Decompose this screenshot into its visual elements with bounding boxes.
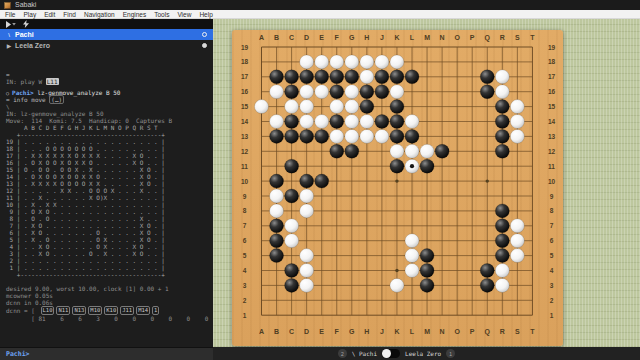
white-stone-A15[interactable] xyxy=(255,100,269,114)
coord-chip[interactable]: M10 xyxy=(88,306,102,315)
console-line: = info move (…) xyxy=(6,96,213,103)
black-stone-N12[interactable] xyxy=(435,144,449,158)
coord-number: 15 xyxy=(548,103,556,110)
coord-chip[interactable]: M14 xyxy=(136,306,150,315)
white-stone-H18[interactable] xyxy=(360,55,374,69)
coord-number: 17 xyxy=(548,73,556,80)
coord-number: 11 xyxy=(241,163,248,170)
menu-find[interactable]: Find xyxy=(63,10,76,19)
white-dot-icon xyxy=(202,43,207,48)
white-stone-S6[interactable] xyxy=(510,234,524,248)
coord-number: 14 xyxy=(241,118,249,125)
coord-letter: C xyxy=(289,34,294,41)
toggle-knob xyxy=(382,349,391,358)
coord-chip[interactable]: N11 xyxy=(56,306,70,315)
white-stone-B8[interactable] xyxy=(270,204,284,218)
black-stone-M4[interactable] xyxy=(420,264,434,278)
console-line: +---------------------------------------… xyxy=(6,131,213,138)
white-stone-S5[interactable] xyxy=(510,249,524,263)
white-stone-H14[interactable] xyxy=(360,115,374,129)
black-stone-R15[interactable] xyxy=(495,100,509,114)
black-stone-M5[interactable] xyxy=(420,249,434,263)
white-stone-S14[interactable] xyxy=(510,115,524,129)
console-log[interactable]: =IN: play W L11○ Pachi> lz-genmove_analy… xyxy=(0,51,213,347)
status-bar: 2 \ Pachi Leela Zero 1 xyxy=(213,347,640,360)
coord-number: 5 xyxy=(243,252,247,259)
white-stone-G13[interactable] xyxy=(345,129,359,143)
coord-number: 4 xyxy=(243,267,247,274)
white-stone-L14[interactable] xyxy=(405,115,419,129)
white-stone-L12[interactable] xyxy=(405,144,419,158)
black-stone-E17[interactable] xyxy=(315,70,329,84)
white-stone-D18[interactable] xyxy=(300,55,314,69)
white-stone-B9[interactable] xyxy=(270,189,284,203)
white-stone-L5[interactable] xyxy=(405,249,419,263)
black-stone-K15[interactable] xyxy=(390,100,404,114)
white-stone-E16[interactable] xyxy=(315,85,329,99)
coord-letter: B xyxy=(274,34,279,41)
coord-number: 19 xyxy=(241,44,249,51)
white-stone-G15[interactable] xyxy=(345,100,359,114)
black-engine-badge: 2 xyxy=(338,349,347,358)
coord-chip[interactable]: L10 xyxy=(41,306,55,315)
collapsed-content-chip[interactable]: (…) xyxy=(49,95,64,104)
white-stone-K16[interactable] xyxy=(390,85,404,99)
coord-letter: C xyxy=(289,328,294,335)
menu-tools[interactable]: Tools xyxy=(154,10,169,19)
black-stone-C16[interactable] xyxy=(285,85,299,99)
coord-number: 14 xyxy=(548,118,556,125)
coord-letter: J xyxy=(380,328,384,335)
coord-letter: G xyxy=(349,328,355,335)
coord-number: 18 xyxy=(548,58,556,65)
black-stone-J16[interactable] xyxy=(375,85,389,99)
console-line: \ xyxy=(6,103,213,110)
black-stone-C3[interactable] xyxy=(285,278,299,292)
black-stone-E10[interactable] xyxy=(315,174,329,188)
black-stone-F14[interactable] xyxy=(330,115,344,129)
console-line: Move: 114 Komi: 7.5 Handicap: 0 Captures… xyxy=(6,117,213,124)
coord-number: 6 xyxy=(550,237,554,244)
coord-number: 6 xyxy=(243,237,247,244)
engine-prompt: Pachi> xyxy=(12,89,34,96)
menu-view[interactable]: View xyxy=(177,10,191,19)
coord-number: 13 xyxy=(548,133,556,140)
console-line: 15 | O . O O . O O X . X . . . . . . X O… xyxy=(6,166,213,173)
menu-navigation[interactable]: Navigation xyxy=(84,10,115,19)
coord-number: 13 xyxy=(241,133,249,140)
white-stone-L6[interactable] xyxy=(405,234,419,248)
coord-letter: N xyxy=(440,328,445,335)
white-stone-D4[interactable] xyxy=(300,264,314,278)
black-stone-H15[interactable] xyxy=(360,100,374,114)
console-line: 18 | . . . O O O O O O O . . . . . . . .… xyxy=(6,145,213,152)
black-stone-C13[interactable] xyxy=(285,129,299,143)
coord-letter: E xyxy=(319,34,324,41)
white-stone-H17[interactable] xyxy=(360,70,374,84)
sabaki-window: Sabaki FilePlayEditFindNavigationEngines… xyxy=(0,0,640,360)
engine-color-toggle[interactable] xyxy=(382,349,400,358)
coord-letter: E xyxy=(319,328,324,335)
white-stone-R17[interactable] xyxy=(495,70,509,84)
console-line: A B C D E F G H J K L M N O P Q R S T xyxy=(6,124,213,131)
coord-letter: R xyxy=(500,328,505,335)
black-stone-E13[interactable] xyxy=(315,129,329,143)
console-line: 11 | . . X . . . . . . X O)X . . . . . .… xyxy=(6,194,213,201)
coord-letter: A xyxy=(259,328,264,335)
console-line: 3 | . . X O . . . . . O . X . . . X O . … xyxy=(6,250,213,257)
white-stone-G16[interactable] xyxy=(345,85,359,99)
engine-state-icon: \ xyxy=(6,32,12,38)
window-title: Sabaki xyxy=(15,0,36,10)
black-stone-R7[interactable] xyxy=(495,219,509,233)
coord-letter: F xyxy=(335,34,340,41)
white-stone-E18[interactable] xyxy=(315,55,329,69)
coord-number: 15 xyxy=(241,103,249,110)
coord-letter: Q xyxy=(485,328,491,336)
black-stone-R5[interactable] xyxy=(495,249,509,263)
black-stone-K13[interactable] xyxy=(390,129,404,143)
coord-number: 8 xyxy=(550,207,554,214)
black-stone-R13[interactable] xyxy=(495,129,509,143)
console-line: 2 | . . . . . . . . . . . . . . . . . . … xyxy=(6,257,213,264)
black-stone-L17[interactable] xyxy=(405,70,419,84)
white-engine-badge: 1 xyxy=(446,349,455,358)
coord-letter: T xyxy=(530,34,535,41)
console-line: 10 | . X . X X . . . . . . . . . . . . .… xyxy=(6,201,213,208)
engine-row-pachi[interactable]: \Pachi xyxy=(0,29,213,40)
coord-chip[interactable]: K10 xyxy=(104,306,118,315)
white-stone-L4[interactable] xyxy=(405,264,419,278)
engine-name: Pachi xyxy=(15,31,34,38)
hoshi-point xyxy=(395,269,398,272)
coord-number: 16 xyxy=(241,88,249,95)
coord-letter: O xyxy=(454,34,460,41)
console-line: 13 | . X X X X O O O O X X . . . . . X O… xyxy=(6,180,213,187)
coord-number: 4 xyxy=(550,267,554,274)
white-stone-F13[interactable] xyxy=(330,129,344,143)
coord-letter: D xyxy=(304,328,309,335)
black-stone-K14[interactable] xyxy=(390,115,404,129)
coord-number: 9 xyxy=(550,193,554,200)
console-line: 6 | . X O . . . . . . . O . . . . . X O … xyxy=(6,229,213,236)
coord-number: 19 xyxy=(548,44,556,51)
lightning-icon xyxy=(23,20,29,28)
white-stone-R4[interactable] xyxy=(495,264,509,278)
black-stone-D13[interactable] xyxy=(300,129,314,143)
coord-number: 7 xyxy=(243,222,247,229)
coord-letter: H xyxy=(364,34,369,41)
console-line: IN: play W L11 xyxy=(6,78,213,85)
black-stone-M3[interactable] xyxy=(420,278,434,292)
white-ring-icon xyxy=(202,32,207,37)
coord-letter: R xyxy=(500,34,505,41)
black-stone-K17[interactable] xyxy=(390,70,404,84)
console-line xyxy=(6,278,213,285)
console-line: 1 | . . . . . . . . . . . . . . . . . . … xyxy=(6,264,213,271)
white-stone-D8[interactable] xyxy=(300,204,314,218)
white-stone-C7[interactable] xyxy=(285,219,299,233)
black-stone-C11[interactable] xyxy=(285,159,299,173)
black-engine-label: \ Pachi xyxy=(352,350,377,357)
white-stone-F18[interactable] xyxy=(330,55,344,69)
engine-state-icon: ▶ xyxy=(6,42,12,49)
coord-letter: B xyxy=(274,328,279,335)
white-stone-B14[interactable] xyxy=(270,115,284,129)
console-line: 17 | . X X X X X X O X X X . . . . X O .… xyxy=(6,152,213,159)
white-stone-G18[interactable] xyxy=(345,55,359,69)
engine-row-leela-zero[interactable]: ▶Leela Zero xyxy=(0,40,213,51)
coord-chip[interactable]: J11 xyxy=(120,306,134,315)
console-line: mcowner 0.05s xyxy=(6,292,213,299)
black-stone-C4[interactable] xyxy=(285,264,299,278)
coord-number: 1 xyxy=(550,312,554,319)
black-stone-R8[interactable] xyxy=(495,204,509,218)
white-stone-B16[interactable] xyxy=(270,85,284,99)
engine-sidebar: \Pachi▶Leela Zero =IN: play W L11○ Pachi… xyxy=(0,19,213,347)
white-stone-D16[interactable] xyxy=(300,85,314,99)
black-stone-J14[interactable] xyxy=(375,115,389,129)
black-stone-Q16[interactable] xyxy=(480,85,494,99)
coord-number: 11 xyxy=(548,163,555,170)
coord-letter: J xyxy=(380,34,384,41)
start-engines-button[interactable] xyxy=(6,21,16,28)
black-stone-M11[interactable] xyxy=(420,159,434,173)
console-line: 19 | . . . . . . . . . . . . . . . . . .… xyxy=(6,138,213,145)
coord-letter: L xyxy=(410,328,415,335)
app-icon xyxy=(4,2,11,9)
engine-list: \Pachi▶Leela Zero xyxy=(0,29,213,51)
white-stone-D3[interactable] xyxy=(300,278,314,292)
play-icon xyxy=(6,21,16,28)
black-stone-Q4[interactable] xyxy=(480,264,494,278)
hoshi-point xyxy=(395,179,398,182)
hoshi-point xyxy=(486,179,489,182)
console-input[interactable]: Pachi> xyxy=(0,347,213,360)
coord-letter: D xyxy=(304,34,309,41)
black-stone-L13[interactable] xyxy=(405,129,419,143)
black-stone-Q17[interactable] xyxy=(480,70,494,84)
coord-letter: L xyxy=(410,34,415,41)
console-line: 9 | . O X O . . . . . . . . . . . . . . … xyxy=(6,208,213,215)
coord-number: 1 xyxy=(243,312,247,319)
coord-number: 10 xyxy=(241,178,249,185)
console-line: 16 | . O X O O X O X X O . . . . . X O .… xyxy=(6,159,213,166)
white-stone-F15[interactable] xyxy=(330,100,344,114)
white-stone-H13[interactable] xyxy=(360,129,374,143)
white-stone-D14[interactable] xyxy=(300,115,314,129)
console-line: 8 | . O . O . . . . . . . . . . . . X . … xyxy=(6,215,213,222)
coord-letter: H xyxy=(364,328,369,335)
white-stone-D9[interactable] xyxy=(300,189,314,203)
console-line: IN: lz-genmove_analyze B 50 xyxy=(6,110,213,117)
console-line: 5 | . X . O . . . . . . O X . . . . X O … xyxy=(6,236,213,243)
console-line: [ 81 6 6 3 0 0 0 0 0 0 xyxy=(6,315,213,322)
coord-number: 16 xyxy=(548,88,556,95)
coord-letter: K xyxy=(394,34,399,41)
title-bar: Sabaki xyxy=(0,0,640,10)
black-stone-R6[interactable] xyxy=(495,234,509,248)
black-stone-B17[interactable] xyxy=(270,70,284,84)
console-line: 12 | . . . . . X X . . O O O X . . . X .… xyxy=(6,187,213,194)
white-stone-S13[interactable] xyxy=(510,129,524,143)
console-line: dcnn = [ L10N11N13M10K10J11M141 xyxy=(6,306,213,315)
coord-number: 9 xyxy=(243,193,247,200)
black-stone-D17[interactable] xyxy=(300,70,314,84)
console-line: 7 | . X O . . . . . . . . . . . . . X O … xyxy=(6,222,213,229)
goban-svg[interactable]: AA1919BB1818CC1717DD1616EE1515FF1414GG13… xyxy=(232,30,563,346)
coord-letter: O xyxy=(454,328,460,335)
coord-letter: A xyxy=(259,34,264,41)
menu-help[interactable]: Help xyxy=(199,10,212,19)
black-stone-G12[interactable] xyxy=(345,144,359,158)
coord-number: 12 xyxy=(241,148,249,155)
engine-toolbar xyxy=(0,19,213,29)
white-stone-R3[interactable] xyxy=(495,278,509,292)
coord-letter: P xyxy=(470,328,475,335)
coord-letter: K xyxy=(394,328,399,335)
white-stone-K12[interactable] xyxy=(390,144,404,158)
black-stone-D10[interactable] xyxy=(300,174,314,188)
coord-number: 3 xyxy=(550,282,554,289)
board-area: AA1919BB1818CC1717DD1616EE1515FF1414GG13… xyxy=(213,19,640,347)
coord-number: 17 xyxy=(241,73,249,80)
menu-file[interactable]: File xyxy=(5,10,15,19)
black-stone-K11[interactable] xyxy=(390,159,404,173)
white-stone-D15[interactable] xyxy=(300,100,314,114)
console-prompt: Pachi> xyxy=(6,350,29,358)
black-stone-J17[interactable] xyxy=(375,70,389,84)
coord-chip[interactable]: 1 xyxy=(152,306,159,315)
white-stone-C6[interactable] xyxy=(285,234,299,248)
goban[interactable]: AA1919BB1818CC1717DD1616EE1515FF1414GG13… xyxy=(232,30,563,346)
black-stone-B6[interactable] xyxy=(270,234,284,248)
coord-letter: P xyxy=(470,34,475,41)
console-line: +---------------------------------------… xyxy=(6,271,213,278)
white-stone-K18[interactable] xyxy=(390,55,404,69)
coord-number: 8 xyxy=(243,207,247,214)
console-line: 14 | . O X O O X O O X X O . . . . . X O… xyxy=(6,173,213,180)
white-stone-J13[interactable] xyxy=(375,129,389,143)
white-stone-C15[interactable] xyxy=(285,100,299,114)
coord-letter: S xyxy=(515,34,520,41)
black-stone-F17[interactable] xyxy=(330,70,344,84)
white-stone-K3[interactable] xyxy=(390,278,404,292)
coord-chip[interactable]: L11 xyxy=(46,78,59,85)
coord-letter: T xyxy=(530,328,535,335)
white-stone-D5[interactable] xyxy=(300,249,314,263)
black-stone-R14[interactable] xyxy=(495,115,509,129)
black-stone-B13[interactable] xyxy=(270,129,284,143)
black-stone-H16[interactable] xyxy=(360,85,374,99)
white-stone-M12[interactable] xyxy=(420,144,434,158)
black-stone-B5[interactable] xyxy=(270,249,284,263)
white-stone-G14[interactable] xyxy=(345,115,359,129)
black-stone-R12[interactable] xyxy=(495,144,509,158)
white-stone-J18[interactable] xyxy=(375,55,389,69)
console-line: 4 | . . X O . . . . . . O X . . . X O . … xyxy=(6,243,213,250)
white-stone-E14[interactable] xyxy=(315,115,329,129)
black-stone-Q3[interactable] xyxy=(480,278,494,292)
console-line: ○ Pachi> lz-genmove_analyze B 50 xyxy=(6,89,213,96)
coord-number: 2 xyxy=(550,297,554,304)
coord-letter: M xyxy=(424,328,430,335)
console-line: = xyxy=(6,71,213,78)
coord-letter: M xyxy=(424,34,430,41)
white-engine-label: Leela Zero xyxy=(405,350,441,357)
coord-letter: G xyxy=(349,34,355,41)
menu-bar: FilePlayEditFindNavigationEnginesToolsVi… xyxy=(0,10,640,19)
black-stone-B10[interactable] xyxy=(270,174,284,188)
coord-number: 7 xyxy=(550,222,554,229)
coord-number: 12 xyxy=(548,148,556,155)
black-stone-C17[interactable] xyxy=(285,70,299,84)
console-line: dcnn in 0.06s xyxy=(6,299,213,306)
menu-play[interactable]: Play xyxy=(23,10,36,19)
coord-number: 5 xyxy=(550,252,554,259)
black-stone-F12[interactable] xyxy=(330,144,344,158)
white-stone-R16[interactable] xyxy=(495,85,509,99)
black-stone-F16[interactable] xyxy=(330,85,344,99)
coord-letter: Q xyxy=(485,34,491,42)
black-stone-B7[interactable] xyxy=(270,219,284,233)
engine-name: Leela Zero xyxy=(15,42,50,49)
black-stone-C14[interactable] xyxy=(285,115,299,129)
coord-letter: S xyxy=(515,328,520,335)
coord-number: 10 xyxy=(548,178,556,185)
menu-edit[interactable]: Edit xyxy=(44,10,55,19)
console-line: desired 9.00, worst 10.00, clock [1] 0.0… xyxy=(6,285,213,292)
black-stone-C9[interactable] xyxy=(285,189,299,203)
menu-engines[interactable]: Engines xyxy=(123,10,147,19)
coord-chip[interactable]: N13 xyxy=(72,306,86,315)
coord-number: 3 xyxy=(243,282,247,289)
coord-letter: N xyxy=(440,34,445,41)
white-stone-S7[interactable] xyxy=(510,219,524,233)
coord-number: 18 xyxy=(241,58,249,65)
coord-letter: F xyxy=(335,328,340,335)
black-stone-G17[interactable] xyxy=(345,70,359,84)
coord-number: 2 xyxy=(243,297,247,304)
white-stone-S15[interactable] xyxy=(510,100,524,114)
last-move-marker xyxy=(410,164,414,168)
analyze-button[interactable] xyxy=(23,20,29,28)
